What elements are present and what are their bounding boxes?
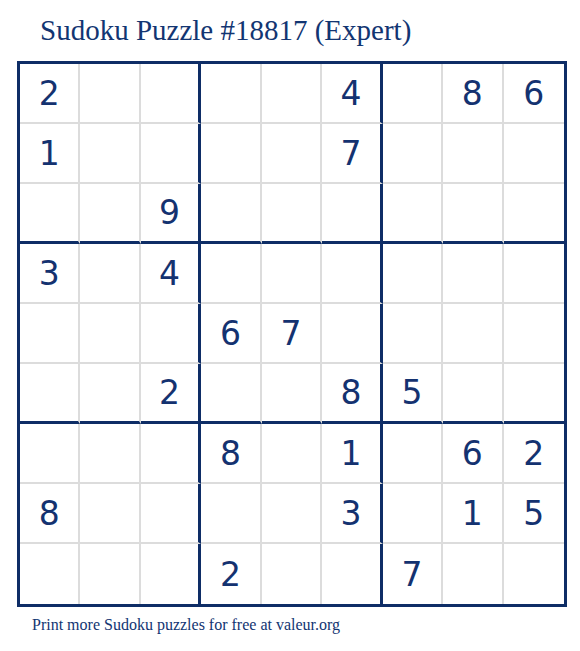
cell-r2c7-empty[interactable] [383,124,443,184]
cell-r5c8-empty[interactable] [443,304,503,364]
cell-r1c7-empty[interactable] [383,64,443,124]
cell-r5c2-empty[interactable] [80,304,140,364]
cell-r3c3-given: 9 [141,184,201,244]
cell-r6c3-given: 2 [141,364,201,424]
cell-r9c2-empty[interactable] [80,544,140,604]
cell-r2c5-empty[interactable] [262,124,322,184]
cell-r9c9-empty[interactable] [504,544,564,604]
cell-r4c9-empty[interactable] [504,244,564,304]
cell-r6c5-empty[interactable] [262,364,322,424]
cell-r2c1-given: 1 [20,124,80,184]
cell-r5c7-empty[interactable] [383,304,443,364]
cell-r9c4-given: 2 [201,544,261,604]
cell-r8c7-empty[interactable] [383,484,443,544]
cell-r2c6-given: 7 [322,124,382,184]
cell-r7c1-empty[interactable] [20,424,80,484]
cell-r2c4-empty[interactable] [201,124,261,184]
cell-r2c3-empty[interactable] [141,124,201,184]
cell-r2c8-empty[interactable] [443,124,503,184]
sudoku-grid: 248617934672858162831527 [17,61,567,607]
cell-r8c9-given: 5 [504,484,564,544]
cell-r4c4-empty[interactable] [201,244,261,304]
cell-r6c6-given: 8 [322,364,382,424]
cell-r1c4-empty[interactable] [201,64,261,124]
cell-r5c1-empty[interactable] [20,304,80,364]
cell-r4c3-given: 4 [141,244,201,304]
cell-r6c9-empty[interactable] [504,364,564,424]
cell-r9c1-empty[interactable] [20,544,80,604]
cell-r3c1-empty[interactable] [20,184,80,244]
cell-r3c4-empty[interactable] [201,184,261,244]
cell-r3c9-empty[interactable] [504,184,564,244]
cell-r7c6-given: 1 [322,424,382,484]
cell-r7c8-given: 6 [443,424,503,484]
cell-r8c3-empty[interactable] [141,484,201,544]
cell-r6c4-empty[interactable] [201,364,261,424]
cell-r5c5-given: 7 [262,304,322,364]
cell-r5c4-given: 6 [201,304,261,364]
cell-r6c1-empty[interactable] [20,364,80,424]
cell-r9c3-empty[interactable] [141,544,201,604]
cell-r9c8-empty[interactable] [443,544,503,604]
cell-r5c9-empty[interactable] [504,304,564,364]
cell-r1c8-given: 8 [443,64,503,124]
cell-r6c7-given: 5 [383,364,443,424]
cell-r7c3-empty[interactable] [141,424,201,484]
cell-r3c8-empty[interactable] [443,184,503,244]
cell-r7c4-given: 8 [201,424,261,484]
cell-r8c6-given: 3 [322,484,382,544]
cell-r4c7-empty[interactable] [383,244,443,304]
cell-r9c7-given: 7 [383,544,443,604]
cell-r8c8-given: 1 [443,484,503,544]
cell-r4c6-empty[interactable] [322,244,382,304]
cell-r3c2-empty[interactable] [80,184,140,244]
cell-r8c4-empty[interactable] [201,484,261,544]
cell-r4c2-empty[interactable] [80,244,140,304]
cell-r4c5-empty[interactable] [262,244,322,304]
cell-r1c1-given: 2 [20,64,80,124]
cell-r3c5-empty[interactable] [262,184,322,244]
cell-r1c9-given: 6 [504,64,564,124]
cell-r7c2-empty[interactable] [80,424,140,484]
cell-r1c2-empty[interactable] [80,64,140,124]
cell-r1c5-empty[interactable] [262,64,322,124]
page-title: Sudoku Puzzle #18817 (Expert) [40,14,411,47]
cell-r3c6-empty[interactable] [322,184,382,244]
cell-r9c6-empty[interactable] [322,544,382,604]
cell-r5c3-empty[interactable] [141,304,201,364]
cell-r8c2-empty[interactable] [80,484,140,544]
cell-r2c2-empty[interactable] [80,124,140,184]
cell-r3c7-empty[interactable] [383,184,443,244]
cell-r1c3-empty[interactable] [141,64,201,124]
cell-r4c8-empty[interactable] [443,244,503,304]
cell-r9c5-empty[interactable] [262,544,322,604]
cell-r2c9-empty[interactable] [504,124,564,184]
cell-r1c6-given: 4 [322,64,382,124]
cell-r5c6-empty[interactable] [322,304,382,364]
cell-r8c1-given: 8 [20,484,80,544]
cell-r7c9-given: 2 [504,424,564,484]
cell-r8c5-empty[interactable] [262,484,322,544]
footer-text: Print more Sudoku puzzles for free at va… [32,616,340,634]
cell-r6c2-empty[interactable] [80,364,140,424]
cell-r6c8-empty[interactable] [443,364,503,424]
cell-r4c1-given: 3 [20,244,80,304]
cell-r7c7-empty[interactable] [383,424,443,484]
cell-r7c5-empty[interactable] [262,424,322,484]
